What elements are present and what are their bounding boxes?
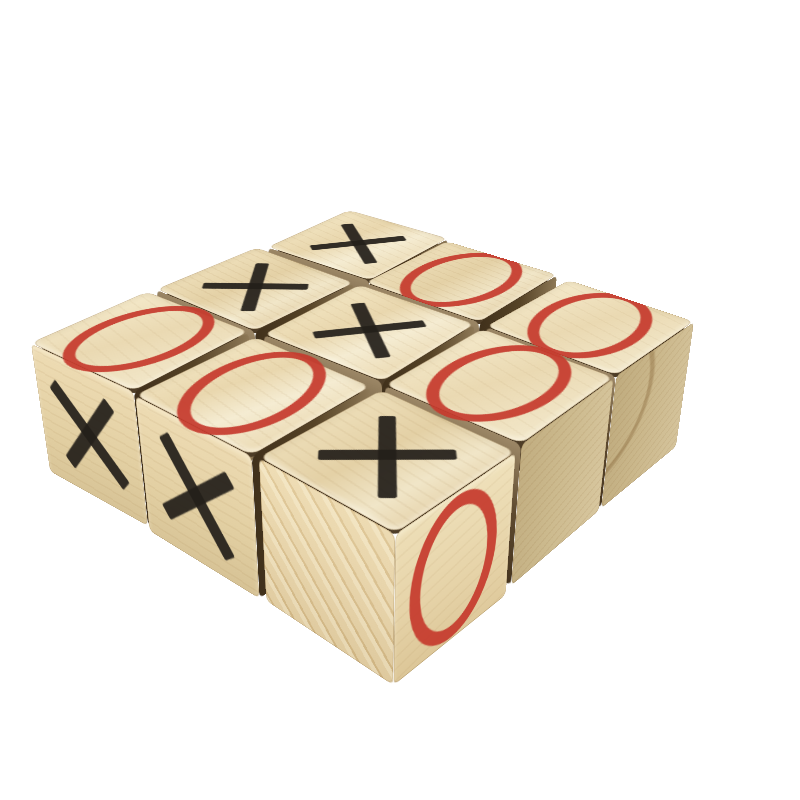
tic-tac-toe-board (35, 212, 686, 529)
x-stroke (202, 283, 309, 290)
product-photo-stage (0, 0, 800, 800)
x-stroke (162, 471, 235, 520)
x-stroke (318, 449, 457, 459)
